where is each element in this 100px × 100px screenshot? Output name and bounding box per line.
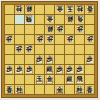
board-cell-9五[interactable]: [5, 45, 15, 55]
piece-gote-歩[interactable]: 歩: [25, 45, 33, 53]
board-cell-6一[interactable]: [35, 5, 45, 15]
board-cell-5九[interactable]: [45, 85, 55, 95]
board-cell-8三[interactable]: [15, 25, 25, 35]
board-cell-4五[interactable]: [55, 45, 65, 55]
board-cell-3一[interactable]: 玉: [65, 5, 75, 15]
piece-sente-歩[interactable]: 歩: [46, 55, 54, 63]
board-cell-3二[interactable]: 銀: [65, 15, 75, 25]
board-cell-5二[interactable]: 金: [45, 15, 55, 25]
board-cell-1四[interactable]: 歩: [85, 35, 95, 45]
piece-gote-玉[interactable]: 玉: [66, 5, 74, 13]
piece-gote-歩[interactable]: 歩: [15, 45, 23, 53]
board-cell-7六[interactable]: [25, 55, 35, 65]
board-cell-4二[interactable]: [55, 15, 65, 25]
piece-sente-金[interactable]: 金: [56, 86, 64, 94]
board-cell-7八[interactable]: [25, 75, 35, 85]
piece-sente-桂[interactable]: 桂: [15, 86, 23, 94]
board-cell-1三[interactable]: [85, 25, 95, 35]
board-cell-4六[interactable]: [55, 55, 65, 65]
board-cell-9四[interactable]: 歩: [5, 35, 15, 45]
board-cell-1二[interactable]: [85, 15, 95, 25]
board-cell-8四[interactable]: [15, 35, 25, 45]
board-cell-6八[interactable]: 玉: [35, 75, 45, 85]
board-cell-4九[interactable]: 金: [55, 85, 65, 95]
board-cell-2六[interactable]: [75, 55, 85, 65]
board-cell-2四[interactable]: [75, 35, 85, 45]
board-cell-6六[interactable]: 歩: [35, 55, 45, 65]
piece-gote-金[interactable]: 金: [56, 5, 64, 13]
board-cell-5三[interactable]: 銀: [45, 25, 55, 35]
board-cell-2七[interactable]: 歩: [75, 65, 85, 75]
board-cell-1七[interactable]: [85, 65, 95, 75]
piece-gote-銀[interactable]: 銀: [25, 5, 33, 13]
piece-gote-銀[interactable]: 銀: [46, 25, 54, 33]
board-cell-7一[interactable]: 銀: [25, 5, 35, 15]
piece-sente-歩[interactable]: 歩: [25, 65, 33, 73]
board-cell-3六[interactable]: [65, 55, 75, 65]
board-cell-9六[interactable]: [5, 55, 15, 65]
piece-gote-飛[interactable]: 飛: [25, 15, 33, 23]
board-cell-2五[interactable]: [75, 45, 85, 55]
board-cell-5五[interactable]: [45, 45, 55, 55]
board-cell-8八[interactable]: [15, 75, 25, 85]
board-cell-5六[interactable]: 歩: [45, 55, 55, 65]
board-cell-1五[interactable]: [85, 45, 95, 55]
piece-gote-金[interactable]: 金: [46, 15, 54, 23]
board-cell-3八[interactable]: 銀: [65, 75, 75, 85]
piece-gote-桂[interactable]: 桂: [76, 5, 84, 13]
board-cell-3四[interactable]: 歩: [65, 35, 75, 45]
piece-sente-歩[interactable]: 歩: [15, 65, 23, 73]
board-cell-6九[interactable]: [35, 85, 45, 95]
board-cell-6五[interactable]: [35, 45, 45, 55]
board-cell-7五[interactable]: 歩: [25, 45, 35, 55]
board-cell-3五[interactable]: [65, 45, 75, 55]
board-cell-6四[interactable]: 歩: [35, 35, 45, 45]
board-cell-4四[interactable]: [55, 35, 65, 45]
board-cell-6七[interactable]: [35, 65, 45, 75]
board-cell-3七[interactable]: 歩: [65, 65, 75, 75]
piece-sente-金[interactable]: 金: [46, 75, 54, 83]
piece-gote-歩[interactable]: 歩: [5, 35, 13, 43]
board-cell-9七[interactable]: 歩: [5, 65, 15, 75]
piece-sente-香[interactable]: 香: [5, 86, 13, 94]
board-cell-1九[interactable]: 香: [85, 85, 95, 95]
board-cell-8一[interactable]: 桂: [15, 5, 25, 15]
piece-sente-歩[interactable]: 歩: [36, 55, 44, 63]
piece-gote-歩[interactable]: 歩: [56, 25, 64, 33]
board-cell-7四[interactable]: [25, 35, 35, 45]
piece-gote-桂[interactable]: 桂: [15, 5, 23, 13]
board-cell-1一[interactable]: 香: [85, 5, 95, 15]
board-cell-9八[interactable]: [5, 75, 15, 85]
board-cell-8九[interactable]: 桂: [15, 85, 25, 95]
board-cell-5四[interactable]: 歩: [45, 35, 55, 45]
piece-sente-歩[interactable]: 歩: [76, 65, 84, 73]
board-cell-1八[interactable]: [85, 75, 95, 85]
board-cell-7九[interactable]: [25, 85, 35, 95]
piece-gote-歩[interactable]: 歩: [86, 35, 94, 43]
board-cell-6二[interactable]: [35, 15, 45, 25]
board-cell-2九[interactable]: 桂: [75, 85, 85, 95]
board-cell-3九[interactable]: [65, 85, 75, 95]
piece-sente-歩[interactable]: 歩: [86, 55, 94, 63]
board-grid: 桂銀金玉桂香飛金銀角銀歩歩歩歩歩歩歩歩歩歩歩歩歩歩歩銀歩歩歩玉金銀飛香桂金桂香: [4, 4, 95, 95]
board-cell-4一[interactable]: 金: [55, 5, 65, 15]
board-cell-4三[interactable]: 歩: [55, 25, 65, 35]
board-cell-8七[interactable]: 歩: [15, 65, 25, 75]
board-cell-2八[interactable]: 飛: [75, 75, 85, 85]
board-cell-2二[interactable]: 角: [75, 15, 85, 25]
board-cell-7二[interactable]: 飛: [25, 15, 35, 25]
board-cell-1六[interactable]: 歩: [85, 55, 95, 65]
piece-sente-玉[interactable]: 玉: [36, 75, 44, 83]
board-cell-4七[interactable]: 歩: [55, 65, 65, 75]
board-cell-8五[interactable]: 歩: [15, 45, 25, 55]
board-cell-8二[interactable]: [15, 15, 25, 25]
piece-gote-角[interactable]: 角: [76, 15, 84, 23]
board-cell-2三[interactable]: 歩: [75, 25, 85, 35]
board-cell-4八[interactable]: [55, 75, 65, 85]
piece-gote-銀[interactable]: 銀: [66, 15, 74, 23]
board-cell-8六[interactable]: [15, 55, 25, 65]
board-cell-3三[interactable]: [65, 25, 75, 35]
board-cell-7三[interactable]: [25, 25, 35, 35]
piece-sente-歩[interactable]: 歩: [5, 65, 13, 73]
board-cell-9三[interactable]: [5, 25, 15, 35]
board-cell-5八[interactable]: 金: [45, 75, 55, 85]
shogi-board: 桂銀金玉桂香飛金銀角銀歩歩歩歩歩歩歩歩歩歩歩歩歩歩歩銀歩歩歩玉金銀飛香桂金桂香: [1, 1, 98, 98]
piece-sente-銀[interactable]: 銀: [46, 65, 54, 73]
board-cell-7七[interactable]: 歩: [25, 65, 35, 75]
board-cell-6三[interactable]: [35, 25, 45, 35]
piece-sente-銀[interactable]: 銀: [66, 75, 74, 83]
piece-sente-飛[interactable]: 飛: [76, 75, 84, 83]
board-cell-5七[interactable]: 銀: [45, 65, 55, 75]
piece-gote-歩[interactable]: 歩: [46, 35, 54, 43]
piece-sente-香[interactable]: 香: [86, 86, 94, 94]
board-cell-9一[interactable]: [5, 5, 15, 15]
piece-gote-歩[interactable]: 歩: [76, 25, 84, 33]
shogi-app: { "game": "shogi", "position": { "sfen":…: [0, 0, 100, 100]
board-cell-9二[interactable]: [5, 15, 15, 25]
piece-sente-歩[interactable]: 歩: [56, 65, 64, 73]
piece-sente-桂[interactable]: 桂: [76, 86, 84, 94]
board-cell-2一[interactable]: 桂: [75, 5, 85, 15]
piece-sente-歩[interactable]: 歩: [66, 65, 74, 73]
board-cell-9九[interactable]: 香: [5, 85, 15, 95]
piece-gote-歩[interactable]: 歩: [36, 35, 44, 43]
board-cell-5一[interactable]: [45, 5, 55, 15]
piece-gote-歩[interactable]: 歩: [66, 35, 74, 43]
piece-gote-香[interactable]: 香: [86, 5, 94, 13]
